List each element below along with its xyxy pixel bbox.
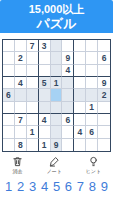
cell-r7c4[interactable]: 4 — [39, 114, 51, 126]
cell-r4c1[interactable] — [3, 77, 15, 89]
cell-r5c3[interactable] — [27, 89, 39, 101]
cell-r9c2[interactable]: 8 — [15, 139, 27, 151]
cell-r2c3[interactable] — [27, 52, 39, 64]
cell-r1c7[interactable] — [74, 40, 86, 52]
number-pad: 123456789 — [0, 178, 113, 196]
cell-r8c4[interactable] — [39, 126, 51, 138]
erase-label: 消去 — [12, 168, 22, 174]
cell-r7c2[interactable]: 7 — [15, 114, 27, 126]
cell-r2c5[interactable] — [51, 52, 63, 64]
cell-r8c5[interactable] — [51, 126, 63, 138]
cell-r5c5[interactable] — [51, 89, 63, 101]
cell-r8c3[interactable]: 1 — [27, 126, 39, 138]
numpad-digit-9[interactable]: 9 — [101, 178, 108, 196]
cell-r2c4[interactable] — [39, 52, 51, 64]
note-label: ノート — [47, 168, 62, 174]
cell-r8c2[interactable] — [15, 126, 27, 138]
cell-r7c1[interactable] — [3, 114, 15, 126]
lightbulb-icon — [88, 156, 99, 167]
banner-line2: パズル — [0, 16, 113, 31]
cell-r7c7[interactable] — [74, 114, 86, 126]
cell-r5c6[interactable] — [62, 89, 74, 101]
numpad-digit-6[interactable]: 6 — [65, 178, 72, 196]
numpad-digit-7[interactable]: 7 — [77, 178, 84, 196]
toolbar: 消去 ノート ヒント — [0, 156, 113, 177]
cell-r3c6[interactable]: 4 — [62, 65, 74, 77]
cell-r2c6[interactable]: 9 — [62, 52, 74, 64]
cell-r1c2[interactable] — [15, 40, 27, 52]
cell-r9c5[interactable]: 9 — [51, 139, 63, 151]
cell-r1c4[interactable]: 3 — [39, 40, 51, 52]
cell-r2c1[interactable] — [3, 52, 15, 64]
pencil-icon — [49, 156, 60, 167]
banner-line1: 15,000以上 — [0, 0, 113, 16]
cell-r8c1[interactable] — [3, 126, 15, 138]
cell-r7c9[interactable] — [98, 114, 110, 126]
sudoku-board: 7329644519621746146819 — [2, 39, 111, 152]
note-button[interactable]: ノート — [47, 156, 62, 174]
cell-r2c2[interactable]: 2 — [15, 52, 27, 64]
cell-r9c4[interactable]: 1 — [39, 139, 51, 151]
cell-r4c8[interactable] — [86, 77, 98, 89]
cell-r1c6[interactable] — [62, 40, 74, 52]
cell-r1c5[interactable] — [51, 40, 63, 52]
cell-r5c9[interactable]: 2 — [98, 89, 110, 101]
cell-r4c2[interactable]: 4 — [15, 77, 27, 89]
cell-r3c9[interactable] — [98, 65, 110, 77]
cell-r4c6[interactable] — [62, 77, 74, 89]
cell-r1c3[interactable]: 7 — [27, 40, 39, 52]
cell-r9c3[interactable] — [27, 139, 39, 151]
cell-r6c9[interactable] — [98, 102, 110, 114]
cell-r5c7[interactable] — [74, 89, 86, 101]
cell-r4c5[interactable]: 1 — [51, 77, 63, 89]
numpad-digit-5[interactable]: 5 — [53, 178, 60, 196]
cell-r7c3[interactable] — [27, 114, 39, 126]
cell-r9c8[interactable] — [86, 139, 98, 151]
cell-r7c8[interactable] — [86, 114, 98, 126]
cell-r5c8[interactable] — [86, 89, 98, 101]
cell-r8c8[interactable]: 6 — [86, 126, 98, 138]
cell-r3c8[interactable] — [86, 65, 98, 77]
cell-r2c9[interactable]: 6 — [98, 52, 110, 64]
cell-r1c1[interactable] — [3, 40, 15, 52]
cell-r3c5[interactable] — [51, 65, 63, 77]
numpad-digit-1[interactable]: 1 — [5, 178, 12, 196]
hint-button[interactable]: ヒント — [86, 156, 101, 174]
numpad-digit-4[interactable]: 4 — [41, 178, 48, 196]
cell-r8c6[interactable] — [62, 126, 74, 138]
cell-r6c8[interactable]: 1 — [86, 102, 98, 114]
cell-r6c4[interactable] — [39, 102, 51, 114]
cell-r6c1[interactable] — [3, 102, 15, 114]
cell-r6c5[interactable] — [51, 102, 63, 114]
cell-r6c2[interactable] — [15, 102, 27, 114]
cell-r6c3[interactable] — [27, 102, 39, 114]
cell-r9c6[interactable] — [62, 139, 74, 151]
cell-r2c7[interactable] — [74, 52, 86, 64]
cell-r8c9[interactable] — [98, 126, 110, 138]
cell-r3c7[interactable] — [74, 65, 86, 77]
numpad-digit-3[interactable]: 3 — [29, 178, 36, 196]
numpad-digit-2[interactable]: 2 — [17, 178, 24, 196]
cell-r6c7[interactable] — [74, 102, 86, 114]
cell-r3c3[interactable] — [27, 65, 39, 77]
cell-r5c4[interactable] — [39, 89, 51, 101]
sudoku-app-screen: 15,000以上 パズル 7329644519621746146819 消去 ノ — [0, 0, 113, 200]
cell-r7c5[interactable] — [51, 114, 63, 126]
trash-icon — [12, 156, 23, 167]
cell-r4c4[interactable]: 5 — [39, 77, 51, 89]
cell-r3c4[interactable] — [39, 65, 51, 77]
cell-r3c1[interactable] — [3, 65, 15, 77]
cell-r1c8[interactable] — [86, 40, 98, 52]
cell-r5c2[interactable] — [15, 89, 27, 101]
numpad-digit-8[interactable]: 8 — [89, 178, 96, 196]
hint-label: ヒント — [86, 168, 101, 174]
cell-r9c7[interactable] — [74, 139, 86, 151]
cell-r4c3[interactable] — [27, 77, 39, 89]
cell-r3c2[interactable] — [15, 65, 27, 77]
cell-r6c6[interactable] — [62, 102, 74, 114]
cell-r4c7[interactable] — [74, 77, 86, 89]
cell-r7c6[interactable]: 6 — [62, 114, 74, 126]
cell-r2c8[interactable] — [86, 52, 98, 64]
cell-r9c9[interactable] — [98, 139, 110, 151]
cell-r9c1[interactable] — [3, 139, 15, 151]
cell-r4c9[interactable]: 9 — [98, 77, 110, 89]
cell-r1c9[interactable] — [98, 40, 110, 52]
cell-r5c1[interactable]: 6 — [3, 89, 15, 101]
erase-button[interactable]: 消去 — [12, 156, 23, 174]
cell-r8c7[interactable]: 4 — [74, 126, 86, 138]
promo-banner: 15,000以上 パズル — [0, 0, 113, 33]
